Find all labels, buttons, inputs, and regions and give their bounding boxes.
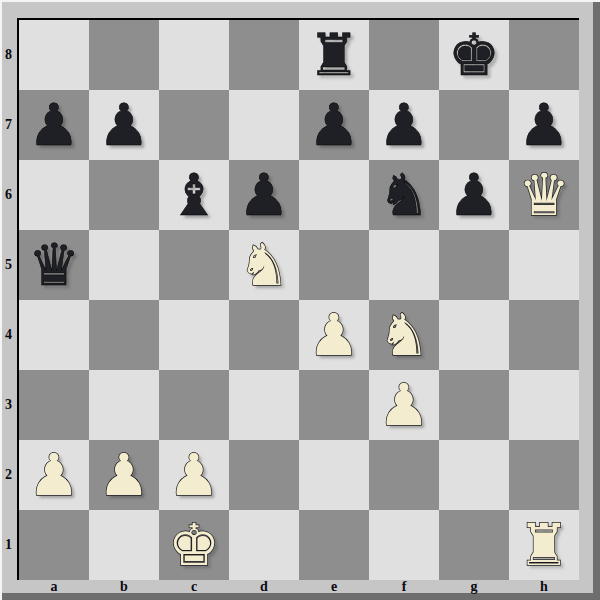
piece-white-pawn[interactable]: ♟ [378,370,430,440]
piece-black-rook[interactable]: ♜ [308,20,360,90]
square-a8[interactable] [19,20,89,90]
square-g4[interactable] [439,300,509,370]
square-h8[interactable] [509,20,579,90]
square-g5[interactable] [439,230,509,300]
square-e7[interactable]: ♟ [299,90,369,160]
square-d2[interactable] [229,440,299,510]
square-g2[interactable] [439,440,509,510]
square-b1[interactable] [89,510,159,580]
piece-black-pawn[interactable]: ♟ [518,90,570,160]
square-f2[interactable] [369,440,439,510]
piece-white-queen[interactable]: ♛ [518,160,570,230]
square-c4[interactable] [159,300,229,370]
square-h6[interactable]: ♛ [509,160,579,230]
piece-black-pawn[interactable]: ♟ [378,90,430,160]
square-e5[interactable] [299,230,369,300]
square-d4[interactable] [229,300,299,370]
chess-board: ♜♚♟♟♟♟♟♝♟♞♟♛♛♞♟♞♟♟♟♟♚♜ [17,18,579,580]
square-b4[interactable] [89,300,159,370]
square-e2[interactable] [299,440,369,510]
square-f4[interactable]: ♞ [369,300,439,370]
piece-white-pawn[interactable]: ♟ [308,300,360,370]
piece-white-knight[interactable]: ♞ [378,300,430,370]
piece-black-pawn[interactable]: ♟ [448,160,500,230]
square-f5[interactable] [369,230,439,300]
diagram-frame: 87654321 abcdefgh ♜♚♟♟♟♟♟♝♟♞♟♛♛♞♟♞♟♟♟♟♚♜ [0,0,600,600]
rank-label-4: 4 [0,300,17,370]
square-g1[interactable] [439,510,509,580]
square-h4[interactable] [509,300,579,370]
square-b7[interactable]: ♟ [89,90,159,160]
piece-black-pawn[interactable]: ♟ [28,90,80,160]
file-label-d: d [229,579,299,594]
piece-white-rook[interactable]: ♜ [518,510,570,580]
rank-label-6: 6 [0,160,17,230]
square-b6[interactable] [89,160,159,230]
square-h1[interactable]: ♜ [509,510,579,580]
square-d7[interactable] [229,90,299,160]
piece-black-knight[interactable]: ♞ [378,160,430,230]
square-b5[interactable] [89,230,159,300]
piece-white-king[interactable]: ♚ [168,510,220,580]
square-e8[interactable]: ♜ [299,20,369,90]
square-e4[interactable]: ♟ [299,300,369,370]
file-label-a: a [19,579,89,594]
file-label-b: b [89,579,159,594]
piece-black-pawn[interactable]: ♟ [238,160,290,230]
rank-label-8: 8 [0,20,17,90]
square-f1[interactable] [369,510,439,580]
rank-labels: 87654321 [0,20,17,580]
square-f7[interactable]: ♟ [369,90,439,160]
piece-black-king[interactable]: ♚ [448,20,500,90]
rank-label-7: 7 [0,90,17,160]
square-c6[interactable]: ♝ [159,160,229,230]
file-label-e: e [299,579,369,594]
square-c3[interactable] [159,370,229,440]
square-h2[interactable] [509,440,579,510]
square-a2[interactable]: ♟ [19,440,89,510]
square-c8[interactable] [159,20,229,90]
piece-white-pawn[interactable]: ♟ [98,440,150,510]
square-d3[interactable] [229,370,299,440]
square-h7[interactable]: ♟ [509,90,579,160]
square-e3[interactable] [299,370,369,440]
file-labels: abcdefgh [19,579,579,594]
square-d1[interactable] [229,510,299,580]
square-d8[interactable] [229,20,299,90]
file-label-g: g [439,579,509,594]
square-b2[interactable]: ♟ [89,440,159,510]
square-g8[interactable]: ♚ [439,20,509,90]
square-g6[interactable]: ♟ [439,160,509,230]
rank-label-5: 5 [0,230,17,300]
file-label-f: f [369,579,439,594]
square-e1[interactable] [299,510,369,580]
square-h3[interactable] [509,370,579,440]
square-d5[interactable]: ♞ [229,230,299,300]
file-label-h: h [509,579,579,594]
square-e6[interactable] [299,160,369,230]
piece-black-bishop[interactable]: ♝ [168,160,220,230]
piece-white-knight[interactable]: ♞ [238,230,290,300]
piece-black-pawn[interactable]: ♟ [98,90,150,160]
square-a5[interactable]: ♛ [19,230,89,300]
square-c7[interactable] [159,90,229,160]
square-g7[interactable] [439,90,509,160]
piece-black-queen[interactable]: ♛ [28,230,80,300]
square-a1[interactable] [19,510,89,580]
piece-black-pawn[interactable]: ♟ [308,90,360,160]
file-label-c: c [159,579,229,594]
square-a6[interactable] [19,160,89,230]
square-f8[interactable] [369,20,439,90]
piece-white-pawn[interactable]: ♟ [28,440,80,510]
square-c5[interactable] [159,230,229,300]
square-a3[interactable] [19,370,89,440]
square-f6[interactable]: ♞ [369,160,439,230]
rank-label-2: 2 [0,440,17,510]
square-c1[interactable]: ♚ [159,510,229,580]
square-f3[interactable]: ♟ [369,370,439,440]
piece-white-pawn[interactable]: ♟ [168,440,220,510]
square-b8[interactable] [89,20,159,90]
square-h5[interactable] [509,230,579,300]
rank-label-3: 3 [0,370,17,440]
square-g3[interactable] [439,370,509,440]
rank-label-1: 1 [0,510,17,580]
square-a4[interactable] [19,300,89,370]
square-a7[interactable]: ♟ [19,90,89,160]
square-d6[interactable]: ♟ [229,160,299,230]
square-c2[interactable]: ♟ [159,440,229,510]
square-b3[interactable] [89,370,159,440]
